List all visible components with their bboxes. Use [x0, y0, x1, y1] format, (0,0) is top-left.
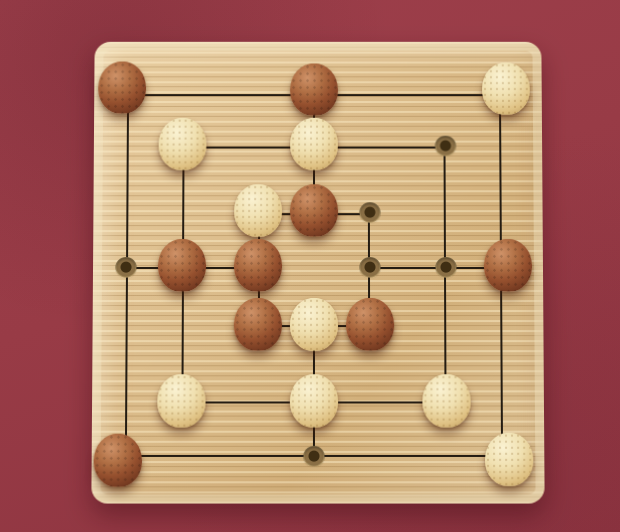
drill-hole [303, 446, 325, 468]
dark-piece[interactable] [233, 298, 281, 351]
dark-piece[interactable] [346, 298, 394, 351]
drill-hole [115, 257, 137, 279]
light-piece[interactable] [290, 298, 338, 351]
drill-hole [359, 257, 381, 279]
light-piece[interactable] [485, 433, 534, 487]
scene [0, 0, 620, 532]
light-piece[interactable] [158, 374, 206, 427]
play-area [125, 94, 503, 457]
dark-piece[interactable] [234, 239, 282, 292]
light-piece[interactable] [290, 118, 338, 171]
dark-piece[interactable] [98, 61, 146, 113]
dark-piece[interactable] [290, 63, 338, 115]
light-piece[interactable] [422, 374, 470, 427]
drill-hole [359, 202, 381, 224]
dark-piece[interactable] [290, 184, 338, 237]
dark-piece[interactable] [93, 434, 142, 488]
drill-hole [434, 136, 456, 158]
morris-board [91, 42, 544, 504]
light-piece[interactable] [290, 374, 338, 427]
light-piece[interactable] [159, 118, 207, 171]
light-piece[interactable] [482, 62, 530, 114]
light-piece[interactable] [234, 184, 282, 237]
dark-piece[interactable] [484, 239, 532, 292]
drill-hole [435, 257, 457, 279]
dark-piece[interactable] [158, 239, 206, 292]
